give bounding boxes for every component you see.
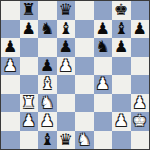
white-pawn-g2: ♟ (114, 112, 128, 131)
square-b4[interactable] (20, 75, 39, 94)
black-rook-b8: ♜ (22, 1, 36, 20)
square-g5[interactable] (112, 57, 131, 76)
square-d6[interactable]: ♟ (57, 38, 76, 57)
square-h4[interactable] (131, 75, 150, 94)
square-c4[interactable]: ♝ (38, 75, 57, 94)
white-king-h2: ♚ (133, 112, 147, 131)
black-pawn-f7: ♟ (96, 20, 110, 39)
square-h3[interactable]: ♟ (131, 94, 150, 113)
square-b5[interactable] (20, 57, 39, 76)
white-rook-b3: ♜ (22, 94, 36, 113)
square-a5[interactable]: ♟ (1, 57, 20, 76)
black-pawn-h7: ♟ (133, 20, 147, 39)
square-h6[interactable] (131, 38, 150, 57)
square-f3[interactable] (94, 94, 113, 113)
black-pawn-b7: ♟ (22, 20, 36, 39)
square-a4[interactable] (1, 75, 20, 94)
square-d2[interactable] (57, 112, 76, 131)
black-pawn-c5: ♟ (40, 57, 54, 76)
square-c7[interactable]: ♞ (38, 20, 57, 39)
square-b8[interactable]: ♜ (20, 1, 39, 20)
square-b6[interactable] (20, 38, 39, 57)
square-d8[interactable]: ♛ (57, 1, 76, 20)
white-pawn-b2: ♟ (22, 112, 36, 131)
square-g4[interactable] (112, 75, 131, 94)
square-g1[interactable] (112, 131, 131, 150)
square-f1[interactable] (94, 131, 113, 150)
square-f6[interactable]: ♞ (94, 38, 113, 57)
white-pawn-c2: ♟ (40, 112, 54, 131)
square-a8[interactable] (1, 1, 20, 20)
square-f2[interactable] (94, 112, 113, 131)
square-h5[interactable] (131, 57, 150, 76)
white-pawn-a5: ♟ (3, 57, 17, 76)
square-e1[interactable]: ♞ (75, 131, 94, 150)
black-bishop-c1: ♝ (40, 131, 54, 150)
square-g7[interactable]: ♝ (112, 20, 131, 39)
square-f5[interactable] (94, 57, 113, 76)
square-d5[interactable]: ♟ (57, 57, 76, 76)
square-e2[interactable] (75, 112, 94, 131)
black-queen-d1: ♛ (59, 131, 73, 150)
square-e3[interactable] (75, 94, 94, 113)
square-a6[interactable]: ♟ (1, 38, 20, 57)
square-h1[interactable] (131, 131, 150, 150)
square-c1[interactable]: ♝ (38, 131, 57, 150)
square-g2[interactable]: ♟ (112, 112, 131, 131)
black-pawn-g6: ♟ (114, 38, 128, 57)
square-b3[interactable]: ♜ (20, 94, 39, 113)
square-g3[interactable] (112, 94, 131, 113)
square-b7[interactable]: ♟ (20, 20, 39, 39)
black-pawn-d6: ♟ (59, 38, 73, 57)
square-d7[interactable]: ♝ (57, 20, 76, 39)
square-d3[interactable] (57, 94, 76, 113)
square-c8[interactable] (38, 1, 57, 20)
black-knight-f6: ♞ (96, 38, 110, 57)
white-knight-c3: ♞ (40, 94, 54, 113)
square-a7[interactable] (1, 20, 20, 39)
chess-board: ♜♛♚♟♞♝♟♝♟♟♟♞♟♟♟♟♝♟♜♞♟♟♟♟♚♝♛♞ (1, 1, 149, 149)
square-g8[interactable]: ♚ (112, 1, 131, 20)
square-g6[interactable]: ♟ (112, 38, 131, 57)
black-king-g8: ♚ (114, 1, 128, 20)
square-e4[interactable] (75, 75, 94, 94)
square-d1[interactable]: ♛ (57, 131, 76, 150)
square-a1[interactable] (1, 131, 20, 150)
black-queen-d8: ♛ (59, 1, 73, 20)
white-knight-e1: ♞ (77, 131, 91, 150)
square-b2[interactable]: ♟ (20, 112, 39, 131)
square-h8[interactable] (131, 1, 150, 20)
square-e5[interactable] (75, 57, 94, 76)
white-bishop-c4: ♝ (40, 75, 54, 94)
square-c3[interactable]: ♞ (38, 94, 57, 113)
square-f7[interactable]: ♟ (94, 20, 113, 39)
black-bishop-g7: ♝ (114, 20, 128, 39)
black-knight-c7: ♞ (40, 20, 54, 39)
square-e8[interactable] (75, 1, 94, 20)
white-pawn-h3: ♟ (133, 94, 147, 113)
square-h7[interactable]: ♟ (131, 20, 150, 39)
square-c5[interactable]: ♟ (38, 57, 57, 76)
white-pawn-f4: ♟ (96, 75, 110, 94)
square-e7[interactable] (75, 20, 94, 39)
square-d4[interactable] (57, 75, 76, 94)
white-pawn-d5: ♟ (59, 57, 73, 76)
chess-board-frame: ♜♛♚♟♞♝♟♝♟♟♟♞♟♟♟♟♝♟♜♞♟♟♟♟♚♝♛♞ (0, 0, 150, 150)
black-pawn-a6: ♟ (3, 38, 17, 57)
square-a2[interactable] (1, 112, 20, 131)
square-f4[interactable]: ♟ (94, 75, 113, 94)
black-bishop-d7: ♝ (59, 20, 73, 39)
square-h2[interactable]: ♚ (131, 112, 150, 131)
square-a3[interactable] (1, 94, 20, 113)
square-c6[interactable] (38, 38, 57, 57)
square-c2[interactable]: ♟ (38, 112, 57, 131)
square-b1[interactable] (20, 131, 39, 150)
square-f8[interactable] (94, 1, 113, 20)
square-e6[interactable] (75, 38, 94, 57)
